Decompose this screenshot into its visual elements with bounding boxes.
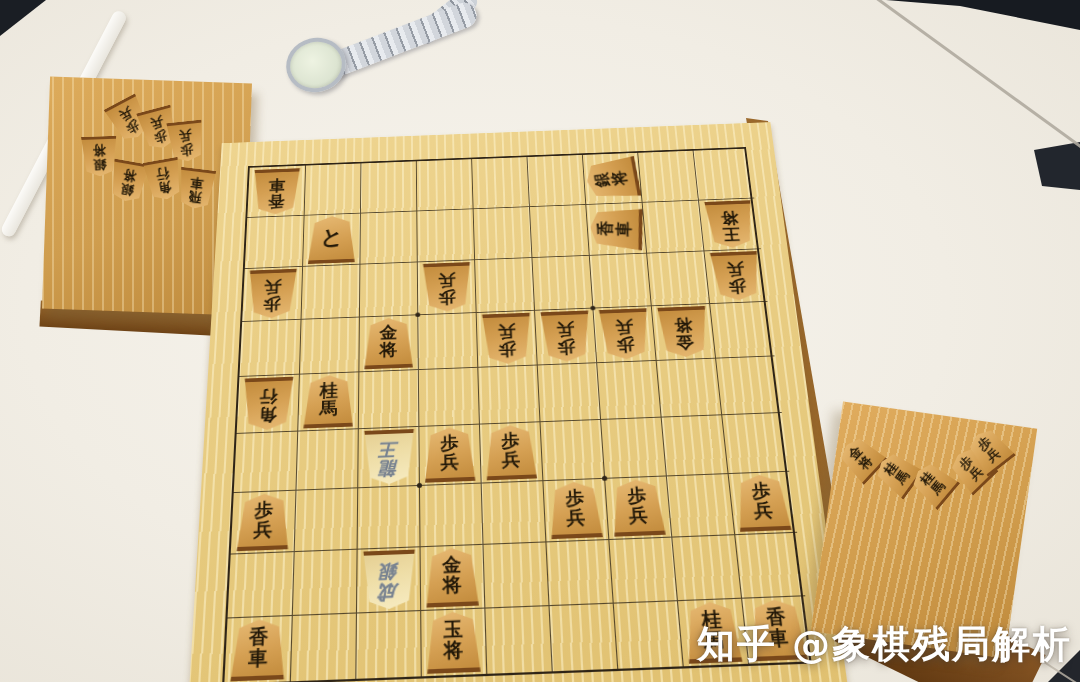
table-edge-line	[874, 0, 1080, 155]
piece-sente-tokin-8b: と	[307, 215, 355, 264]
square-4h	[545, 539, 612, 605]
piece-sente-knight-8e: 桂馬	[303, 374, 354, 428]
square-4a	[527, 155, 586, 206]
piece-sente-pawn-9g: 歩兵	[236, 493, 290, 551]
square-3e	[596, 360, 660, 419]
square-5h	[482, 541, 548, 607]
square-5i	[484, 605, 551, 674]
square-8c	[301, 264, 360, 319]
square-6i: 玉将	[420, 608, 486, 677]
piece-sente-lance-9i: 香車	[230, 618, 286, 681]
piece-hand-knight-2: 桂馬	[907, 457, 961, 510]
piece-sente-silver-3a-tilted: 銀将	[583, 155, 641, 201]
piece-gote-lance-3b-tilted: 香車	[589, 207, 642, 251]
square-7c	[359, 262, 417, 317]
square-6c: 歩兵	[417, 259, 476, 314]
square-7b	[359, 211, 416, 264]
square-8b: と	[302, 213, 360, 266]
piece-sente-pawn-1g: 歩兵	[733, 474, 792, 532]
piece-gote-pawn-1c: 歩兵	[709, 251, 763, 301]
square-3h	[608, 537, 677, 603]
square-7g	[357, 485, 420, 549]
square-4d: 歩兵	[534, 308, 596, 365]
square-5b	[473, 206, 532, 259]
square-2b	[642, 200, 704, 253]
board-grid: 香車銀将と香車王将歩兵歩兵歩兵金将歩兵歩兵歩兵金将角行桂馬龍王歩兵歩兵歩兵歩兵歩…	[222, 147, 812, 682]
square-9a: 香車	[247, 166, 305, 217]
square-8h	[292, 549, 357, 615]
square-8g	[294, 487, 358, 551]
square-9c: 歩兵	[242, 266, 302, 321]
square-6h: 金将	[420, 544, 485, 610]
square-9e: 角行	[237, 374, 299, 433]
piece-gote-dragon-7f: 龍王	[363, 429, 414, 485]
square-9g: 歩兵	[231, 490, 296, 554]
square-7a	[360, 161, 416, 212]
square-2e	[656, 358, 722, 417]
square-5c	[474, 257, 534, 312]
square-3g: 歩兵	[604, 475, 671, 539]
piece-gote-bishop-9e: 角行	[242, 377, 294, 431]
square-6g	[419, 483, 483, 547]
square-4c	[531, 255, 592, 310]
piece-sente-pawn-5f: 歩兵	[485, 424, 538, 480]
piece-hand-bishop: 角行	[142, 157, 184, 203]
square-3d: 歩兵	[592, 305, 655, 362]
square-7d: 金将	[358, 314, 417, 371]
square-6f: 歩兵	[418, 424, 480, 485]
square-1d	[709, 301, 774, 358]
square-7h: 成銀	[356, 546, 420, 612]
piece-gote-pawn-3d: 歩兵	[598, 308, 651, 360]
square-1e	[715, 355, 782, 414]
square-1g: 歩兵	[728, 471, 798, 534]
square-4e	[537, 362, 600, 421]
square-9f	[234, 431, 297, 492]
piece-gote-king-1b: 王将	[703, 200, 756, 248]
square-5d: 歩兵	[476, 310, 537, 367]
square-9b	[245, 215, 304, 268]
piece-sente-pawn-4g: 歩兵	[548, 481, 603, 539]
piece-hand-silver-2: 銀将	[107, 159, 149, 205]
square-8e: 桂馬	[297, 371, 358, 430]
piece-sente-gold-6h: 金将	[425, 547, 479, 607]
square-2h	[671, 534, 741, 600]
square-6d	[417, 312, 477, 369]
square-6e	[418, 367, 479, 426]
square-1c: 歩兵	[703, 248, 767, 303]
piece-sente-pawn-6f: 歩兵	[424, 427, 476, 483]
piece-hand-silver-1: 銀将	[81, 136, 118, 177]
watermark: 知乎 @象棋残局解析	[697, 619, 1072, 670]
piece-sente-pawn-3g: 歩兵	[610, 479, 666, 537]
square-6a	[416, 159, 473, 210]
square-4i	[548, 603, 617, 672]
square-2d: 金将	[651, 303, 715, 360]
square-3a: 銀将	[582, 153, 642, 204]
square-7e	[358, 369, 419, 428]
square-2c	[646, 251, 709, 306]
square-6b	[416, 208, 474, 261]
board-surface: 香車銀将と香車王将歩兵歩兵歩兵金将歩兵歩兵歩兵金将角行桂馬龍王歩兵歩兵歩兵歩兵歩…	[187, 122, 848, 682]
square-4g: 歩兵	[542, 478, 608, 542]
piece-sente-gold-7d: 金将	[364, 317, 414, 369]
square-1a	[693, 149, 755, 200]
piece-sente-king-6i: 玉将	[426, 611, 481, 674]
wristwatch	[272, 0, 487, 92]
square-4b	[529, 204, 589, 257]
square-2a	[637, 151, 698, 202]
square-3f	[600, 417, 666, 478]
square-5g	[481, 480, 546, 544]
square-3i	[613, 600, 683, 669]
piece-gote-pawn-9c: 歩兵	[247, 269, 297, 319]
square-8f	[295, 428, 357, 489]
square-5e	[477, 365, 539, 424]
piece-gote-pawn-6c: 歩兵	[422, 262, 471, 312]
square-9d	[239, 319, 300, 376]
square-3b: 香車	[585, 202, 646, 255]
square-8i	[290, 612, 356, 681]
square-9h	[228, 551, 294, 617]
square-7i	[355, 610, 420, 679]
piece-gote-promoted-silver-7h: 成銀	[362, 550, 415, 611]
square-5f: 歩兵	[479, 421, 542, 482]
piece-gote-lance-9a: 香車	[252, 168, 300, 215]
square-3c	[589, 253, 651, 308]
square-2f	[661, 414, 728, 475]
square-1f	[721, 412, 789, 473]
square-9i: 香車	[224, 615, 291, 682]
square-5a	[471, 157, 529, 208]
square-7f: 龍王	[357, 426, 419, 487]
square-1b: 王将	[698, 198, 761, 251]
square-4f	[539, 419, 604, 480]
piece-gote-pawn-5d: 歩兵	[481, 313, 532, 365]
shogi-board: 香車銀将と香車王将歩兵歩兵歩兵金将歩兵歩兵歩兵金将角行桂馬龍王歩兵歩兵歩兵歩兵歩…	[195, 81, 818, 682]
piece-gote-pawn-4d: 歩兵	[540, 310, 592, 362]
photo-scene: 歩兵歩兵歩兵銀将銀将角行飛車 香車銀将と香車王将歩兵歩兵歩兵金将歩兵歩兵歩兵金将…	[0, 0, 1080, 682]
watch-face	[280, 32, 351, 99]
square-1h	[734, 532, 805, 598]
square-8a	[304, 163, 361, 214]
square-2g	[666, 473, 734, 536]
square-8d	[299, 317, 359, 374]
piece-gote-gold-2d: 金将	[656, 306, 710, 358]
